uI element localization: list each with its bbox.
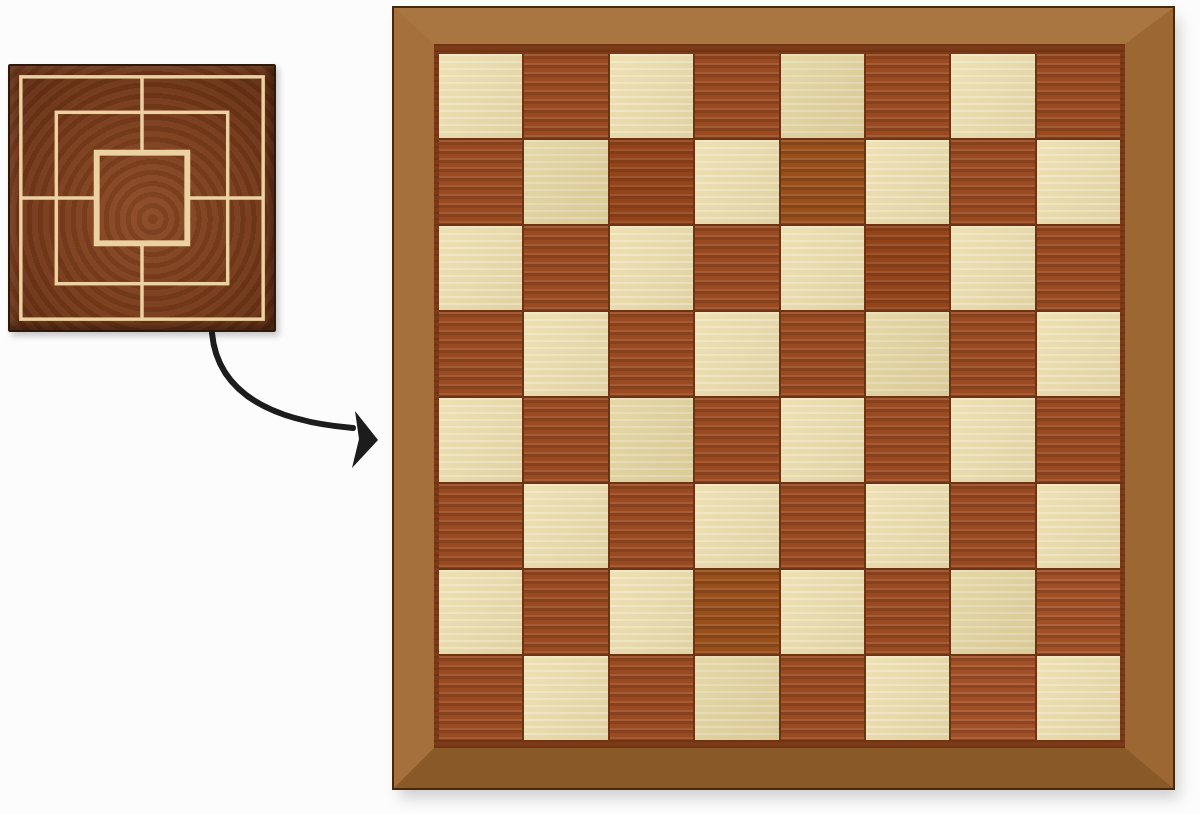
square [781,312,864,396]
square [695,656,778,740]
square [866,398,949,482]
square [1037,570,1120,654]
square [1037,398,1120,482]
square [439,484,522,568]
square [951,484,1034,568]
square [781,140,864,224]
square [951,312,1034,396]
square [1037,54,1120,138]
square [866,140,949,224]
square [781,656,864,740]
square [695,398,778,482]
square [951,54,1034,138]
square [781,398,864,482]
square [951,140,1034,224]
square [866,226,949,310]
square [951,398,1034,482]
square [439,140,522,224]
square [695,570,778,654]
square [951,656,1034,740]
square [695,484,778,568]
square [866,656,949,740]
chessboard-squares [439,54,1120,740]
square [439,226,522,310]
square [781,226,864,310]
square [1037,312,1120,396]
inner-morris-square [97,153,188,244]
square [1037,140,1120,224]
flip-arrow-head [352,411,378,468]
square [781,570,864,654]
product-photo [0,0,1200,814]
nine-mens-morris-board [8,64,276,332]
square [866,54,949,138]
square [524,484,607,568]
square [439,570,522,654]
square [781,484,864,568]
board-inlay-border [434,44,1125,748]
square [524,312,607,396]
morris-lines [10,66,274,330]
square [610,312,693,396]
square [610,54,693,138]
square [695,54,778,138]
square [610,570,693,654]
square [695,226,778,310]
chess-checkers-board [394,8,1173,788]
square [439,312,522,396]
square [439,656,522,740]
square [439,54,522,138]
square [524,54,607,138]
square [695,312,778,396]
square [610,140,693,224]
square [524,398,607,482]
square [1037,484,1120,568]
square [866,484,949,568]
square [1037,656,1120,740]
square [524,226,607,310]
flip-arrow-shaft [212,333,353,428]
square [610,398,693,482]
square [866,570,949,654]
square [866,312,949,396]
flip-arrow-icon [185,315,395,480]
square [439,398,522,482]
square [524,570,607,654]
square [951,570,1034,654]
square [695,140,778,224]
square [610,656,693,740]
square [610,484,693,568]
square [951,226,1034,310]
square [1037,226,1120,310]
square [524,656,607,740]
square [610,226,693,310]
square [524,140,607,224]
square [781,54,864,138]
